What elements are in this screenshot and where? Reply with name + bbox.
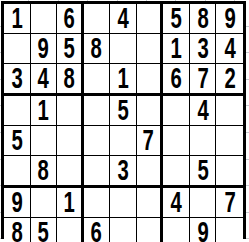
cell-digit: 7 [197, 64, 208, 93]
cell-r8c8[interactable]: 9 [190, 218, 217, 242]
cell-r4c2[interactable]: 1 [31, 96, 58, 126]
cell-r1c4[interactable] [84, 4, 111, 34]
cell-r6c1[interactable] [4, 156, 31, 188]
cell-r4c3[interactable] [57, 96, 84, 126]
cell-r3c5[interactable]: 1 [110, 64, 137, 96]
cell-digit: 9 [224, 4, 235, 33]
cell-r1c8[interactable]: 8 [190, 4, 217, 34]
cell-r8c1[interactable]: 8 [4, 218, 31, 242]
cell-r2c2[interactable]: 9 [31, 34, 58, 64]
cell-r1c9[interactable]: 9 [216, 4, 243, 34]
cell-r2c7[interactable]: 1 [163, 34, 190, 64]
cell-r3c2[interactable]: 4 [31, 64, 58, 96]
cell-r3c6[interactable] [137, 64, 164, 96]
cell-r3c8[interactable]: 7 [190, 64, 217, 96]
cell-r1c3[interactable]: 6 [57, 4, 84, 34]
cell-r5c6[interactable]: 7 [137, 126, 164, 156]
cell-r6c9[interactable] [216, 156, 243, 188]
cell-digit: 6 [91, 218, 102, 242]
cell-r4c9[interactable] [216, 96, 243, 126]
cell-digit: 3 [197, 34, 208, 63]
cell-r2c8[interactable]: 3 [190, 34, 217, 64]
cell-r5c9[interactable] [216, 126, 243, 156]
cell-digit: 3 [117, 156, 128, 185]
cell-r5c3[interactable] [57, 126, 84, 156]
cell-r3c3[interactable]: 8 [57, 64, 84, 96]
cell-r2c9[interactable]: 4 [216, 34, 243, 64]
cell-r8c3[interactable] [57, 218, 84, 242]
cell-r2c1[interactable] [4, 34, 31, 64]
cell-digit: 6 [63, 4, 74, 33]
cell-r4c7[interactable] [163, 96, 190, 126]
cell-digit: 5 [63, 34, 74, 63]
cell-r7c6[interactable] [137, 188, 164, 218]
cell-digit: 4 [38, 64, 49, 93]
cell-r5c4[interactable] [84, 126, 111, 156]
cell-r3c1[interactable]: 3 [4, 64, 31, 96]
cell-digit: 9 [197, 218, 208, 242]
cell-r8c2[interactable]: 5 [31, 218, 58, 242]
cell-r8c9[interactable] [216, 218, 243, 242]
cell-digit: 8 [197, 4, 208, 33]
cell-r8c6[interactable] [137, 218, 164, 242]
cell-r7c3[interactable]: 1 [57, 188, 84, 218]
cell-digit: 1 [117, 64, 128, 93]
cell-r3c9[interactable]: 2 [216, 64, 243, 96]
cell-r6c6[interactable] [137, 156, 164, 188]
cell-r5c7[interactable] [163, 126, 190, 156]
cell-r2c5[interactable] [110, 34, 137, 64]
cell-r6c8[interactable]: 5 [190, 156, 217, 188]
cell-r6c2[interactable]: 8 [31, 156, 58, 188]
cell-digit: 5 [170, 4, 181, 33]
cell-r8c5[interactable] [110, 218, 137, 242]
cell-r4c4[interactable] [84, 96, 111, 126]
cell-r6c5[interactable]: 3 [110, 156, 137, 188]
cell-digit: 9 [38, 34, 49, 63]
cell-r7c7[interactable]: 4 [163, 188, 190, 218]
cell-digit: 1 [170, 34, 181, 63]
cell-r4c5[interactable]: 5 [110, 96, 137, 126]
cell-digit: 4 [197, 96, 208, 125]
cell-digit: 5 [11, 126, 22, 155]
cell-digit: 7 [143, 126, 154, 155]
cell-digit: 2 [224, 64, 235, 93]
cell-digit: 8 [38, 156, 49, 185]
cell-r2c3[interactable]: 5 [57, 34, 84, 64]
cell-r6c4[interactable] [84, 156, 111, 188]
cell-digit: 9 [11, 188, 22, 217]
cell-digit: 4 [224, 34, 235, 63]
cell-r1c5[interactable]: 4 [110, 4, 137, 34]
cell-digit: 3 [11, 64, 22, 93]
cell-r1c2[interactable] [31, 4, 58, 34]
cell-r8c4[interactable]: 6 [84, 218, 111, 242]
cell-r1c6[interactable] [137, 4, 164, 34]
cell-digit: 8 [63, 64, 74, 93]
cell-r3c4[interactable] [84, 64, 111, 96]
cell-digit: 7 [224, 188, 235, 217]
cell-r3c7[interactable]: 6 [163, 64, 190, 96]
cell-digit: 1 [63, 188, 74, 217]
cell-r6c7[interactable] [163, 156, 190, 188]
cell-r4c8[interactable]: 4 [190, 96, 217, 126]
cell-r7c5[interactable] [110, 188, 137, 218]
cell-r8c7[interactable] [163, 218, 190, 242]
cell-digit: 5 [38, 218, 49, 242]
cell-r5c2[interactable] [31, 126, 58, 156]
cell-r2c4[interactable]: 8 [84, 34, 111, 64]
cell-r1c1[interactable]: 1 [4, 4, 31, 34]
cell-r7c8[interactable] [190, 188, 217, 218]
cell-digit: 8 [91, 34, 102, 63]
cell-r7c1[interactable]: 9 [4, 188, 31, 218]
cell-r4c6[interactable] [137, 96, 164, 126]
cell-r5c1[interactable]: 5 [4, 126, 31, 156]
cell-r6c3[interactable] [57, 156, 84, 188]
cell-r1c7[interactable]: 5 [163, 4, 190, 34]
cell-r2c6[interactable] [137, 34, 164, 64]
cell-r7c2[interactable] [31, 188, 58, 218]
cell-digit: 4 [170, 188, 181, 217]
cell-r5c8[interactable] [190, 126, 217, 156]
cell-r4c1[interactable] [4, 96, 31, 126]
cell-r7c9[interactable]: 7 [216, 188, 243, 218]
cell-r5c5[interactable] [110, 126, 137, 156]
cell-digit: 5 [117, 96, 128, 125]
cell-digit: 6 [170, 64, 181, 93]
cell-digit: 4 [117, 4, 128, 33]
cell-digit: 1 [38, 96, 49, 125]
cell-digit: 8 [11, 218, 22, 242]
cell-digit: 1 [11, 4, 22, 33]
cell-digit: 5 [197, 156, 208, 185]
sudoku-board: 164589958134348167215457835914785692985 [1, 1, 246, 239]
cell-r7c4[interactable] [84, 188, 111, 218]
